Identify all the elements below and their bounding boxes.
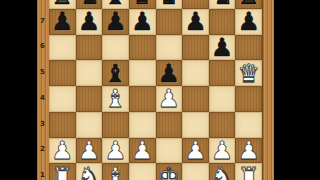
rank-label-7: 7 — [40, 18, 49, 25]
square-f4[interactable] — [182, 86, 209, 112]
piece-white-pawn[interactable]: ♟ — [78, 138, 100, 163]
square-g3[interactable] — [209, 112, 236, 138]
square-d7[interactable]: ♟ — [129, 9, 156, 35]
square-h5[interactable]: ♛ — [235, 60, 262, 86]
square-g2[interactable]: ♟ — [209, 138, 236, 164]
square-h1[interactable]: ♜ — [235, 163, 262, 180]
square-e8[interactable]: ♚ — [156, 0, 183, 9]
square-a4[interactable] — [49, 86, 76, 112]
piece-white-pawn[interactable]: ♟ — [184, 138, 206, 163]
piece-white-bishop[interactable]: ♝ — [104, 86, 126, 111]
square-c7[interactable]: ♟ — [102, 9, 129, 35]
square-h7[interactable]: ♟ — [235, 9, 262, 35]
square-f3[interactable] — [182, 112, 209, 138]
square-d5[interactable] — [129, 60, 156, 86]
piece-black-king[interactable]: ♚ — [158, 0, 180, 8]
rank-label-3: 3 — [40, 121, 49, 128]
piece-white-pawn[interactable]: ♟ — [104, 138, 126, 163]
piece-black-bishop[interactable]: ♝ — [104, 61, 126, 86]
chess-app-canvas: ♜♞♝♛♚♞♜♟♟♟♟♟♟♟♝♟♛♝♟♟♟♟♟♟♟♟♜♞♝♚♞♜ 8765432… — [0, 0, 320, 180]
square-c5[interactable]: ♝ — [102, 60, 129, 86]
piece-black-pawn[interactable]: ♟ — [51, 9, 73, 34]
square-b5[interactable] — [76, 60, 103, 86]
piece-white-pawn[interactable]: ♟ — [131, 138, 153, 163]
piece-white-pawn[interactable]: ♟ — [158, 86, 180, 111]
square-d2[interactable]: ♟ — [129, 138, 156, 164]
square-e4[interactable]: ♟ — [156, 86, 183, 112]
piece-white-knight[interactable]: ♞ — [78, 164, 100, 180]
piece-black-pawn[interactable]: ♟ — [158, 61, 180, 86]
square-b4[interactable] — [76, 86, 103, 112]
square-b6[interactable] — [76, 35, 103, 61]
chess-board: ♜♞♝♛♚♞♜♟♟♟♟♟♟♟♝♟♛♝♟♟♟♟♟♟♟♟♜♞♝♚♞♜ — [49, 0, 262, 180]
rank-label-6: 6 — [40, 43, 49, 50]
square-a5[interactable] — [49, 60, 76, 86]
piece-black-pawn[interactable]: ♟ — [237, 9, 259, 34]
square-d6[interactable] — [129, 35, 156, 61]
square-g8[interactable]: ♞ — [209, 0, 236, 9]
piece-black-pawn[interactable]: ♟ — [184, 9, 206, 34]
square-e5[interactable]: ♟ — [156, 60, 183, 86]
piece-white-knight[interactable]: ♞ — [211, 164, 233, 180]
square-a2[interactable]: ♟ — [49, 138, 76, 164]
square-e1[interactable]: ♚ — [156, 163, 183, 180]
square-h2[interactable]: ♟ — [235, 138, 262, 164]
piece-white-rook[interactable]: ♜ — [237, 164, 259, 180]
square-h3[interactable] — [235, 112, 262, 138]
square-e6[interactable] — [156, 35, 183, 61]
square-g6[interactable]: ♟ — [209, 35, 236, 61]
square-a6[interactable] — [49, 35, 76, 61]
square-c6[interactable] — [102, 35, 129, 61]
square-g7[interactable] — [209, 9, 236, 35]
piece-white-bishop[interactable]: ♝ — [104, 164, 126, 180]
rank-label-2: 2 — [40, 146, 49, 153]
square-h6[interactable] — [235, 35, 262, 61]
square-b1[interactable]: ♞ — [76, 163, 103, 180]
rank-label-5: 5 — [40, 69, 49, 76]
square-c2[interactable]: ♟ — [102, 138, 129, 164]
square-c3[interactable] — [102, 112, 129, 138]
square-h4[interactable] — [235, 86, 262, 112]
square-f6[interactable] — [182, 35, 209, 61]
square-f7[interactable]: ♟ — [182, 9, 209, 35]
piece-white-pawn[interactable]: ♟ — [211, 138, 233, 163]
rank-label-4: 4 — [40, 95, 49, 102]
piece-white-rook[interactable]: ♜ — [51, 164, 73, 180]
square-b7[interactable]: ♟ — [76, 9, 103, 35]
square-f5[interactable] — [182, 60, 209, 86]
piece-black-pawn[interactable]: ♟ — [78, 9, 100, 34]
square-a3[interactable] — [49, 112, 76, 138]
square-d4[interactable] — [129, 86, 156, 112]
piece-white-pawn[interactable]: ♟ — [51, 138, 73, 163]
square-g4[interactable] — [209, 86, 236, 112]
square-g5[interactable] — [209, 60, 236, 86]
square-g1[interactable]: ♞ — [209, 163, 236, 180]
piece-black-pawn[interactable]: ♟ — [131, 9, 153, 34]
rank-label-1: 1 — [40, 172, 49, 179]
square-d1[interactable] — [129, 163, 156, 180]
square-b3[interactable] — [76, 112, 103, 138]
piece-black-knight[interactable]: ♞ — [211, 0, 233, 8]
square-c4[interactable]: ♝ — [102, 86, 129, 112]
square-d3[interactable] — [129, 112, 156, 138]
square-e3[interactable] — [156, 112, 183, 138]
piece-white-pawn[interactable]: ♟ — [237, 138, 259, 163]
piece-white-queen[interactable]: ♛ — [237, 61, 259, 86]
piece-white-king[interactable]: ♚ — [158, 164, 180, 180]
piece-black-pawn[interactable]: ♟ — [104, 9, 126, 34]
square-f2[interactable]: ♟ — [182, 138, 209, 164]
square-f1[interactable] — [182, 163, 209, 180]
square-e2[interactable] — [156, 138, 183, 164]
square-b2[interactable]: ♟ — [76, 138, 103, 164]
square-a1[interactable]: ♜ — [49, 163, 76, 180]
square-e7[interactable] — [156, 9, 183, 35]
board-frame-right — [262, 0, 274, 180]
piece-black-pawn[interactable]: ♟ — [211, 35, 233, 60]
square-a7[interactable]: ♟ — [49, 9, 76, 35]
square-c1[interactable]: ♝ — [102, 163, 129, 180]
